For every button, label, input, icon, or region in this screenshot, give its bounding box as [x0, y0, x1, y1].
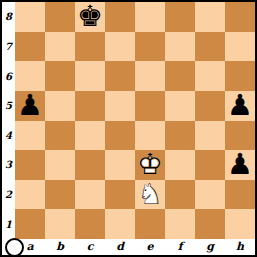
square-f4[interactable]	[165, 121, 195, 151]
square-b2[interactable]	[45, 180, 75, 210]
square-b1[interactable]	[45, 209, 75, 239]
square-b3[interactable]	[45, 150, 75, 180]
square-b7[interactable]	[45, 32, 75, 62]
square-c6[interactable]	[75, 61, 105, 91]
square-c1[interactable]	[75, 209, 105, 239]
square-f2[interactable]	[165, 180, 195, 210]
square-a7[interactable]	[15, 32, 45, 62]
square-g2[interactable]	[195, 180, 225, 210]
square-h3[interactable]: ♟	[225, 150, 255, 180]
square-c2[interactable]	[75, 180, 105, 210]
square-h6[interactable]	[225, 61, 255, 91]
square-f5[interactable]	[165, 91, 195, 121]
square-g7[interactable]	[195, 32, 225, 62]
rank-label-5: 5	[2, 91, 15, 121]
file-label-d: d	[105, 239, 135, 255]
square-a3[interactable]	[15, 150, 45, 180]
square-g3[interactable]	[195, 150, 225, 180]
square-f8[interactable]	[165, 2, 195, 32]
square-d3[interactable]	[105, 150, 135, 180]
piece-white-king-e3[interactable]: ♔	[135, 150, 165, 180]
square-h2[interactable]	[225, 180, 255, 210]
square-g5[interactable]	[195, 91, 225, 121]
square-d7[interactable]	[105, 32, 135, 62]
file-label-b: b	[45, 239, 75, 255]
square-e6[interactable]	[135, 61, 165, 91]
square-f1[interactable]	[165, 209, 195, 239]
piece-black-pawn-h3[interactable]: ♟	[225, 150, 255, 180]
square-a2[interactable]	[15, 180, 45, 210]
square-d4[interactable]	[105, 121, 135, 151]
square-a1[interactable]	[15, 209, 45, 239]
square-h4[interactable]	[225, 121, 255, 151]
rank-label-7: 7	[2, 32, 15, 62]
piece-black-pawn-a5[interactable]: ♟	[15, 91, 45, 121]
square-e3[interactable]: ♚♔	[135, 150, 165, 180]
file-label-h: h	[225, 239, 255, 255]
square-a8[interactable]	[15, 2, 45, 32]
square-g4[interactable]	[195, 121, 225, 151]
square-e8[interactable]	[135, 2, 165, 32]
square-e5[interactable]	[135, 91, 165, 121]
rank-label-8: 8	[2, 2, 15, 32]
file-label-g: g	[195, 239, 225, 255]
square-g6[interactable]	[195, 61, 225, 91]
chess-diagram: 8♚765♟♟43♚♔♟2♞♘1abcdefgh	[0, 0, 257, 257]
square-b4[interactable]	[45, 121, 75, 151]
square-c3[interactable]	[75, 150, 105, 180]
square-h7[interactable]	[225, 32, 255, 62]
square-b6[interactable]	[45, 61, 75, 91]
piece-black-pawn-h5[interactable]: ♟	[225, 91, 255, 121]
square-d8[interactable]	[105, 2, 135, 32]
square-b8[interactable]	[45, 2, 75, 32]
file-label-f: f	[165, 239, 195, 255]
square-c4[interactable]	[75, 121, 105, 151]
square-a4[interactable]	[15, 121, 45, 151]
square-h8[interactable]	[225, 2, 255, 32]
square-f6[interactable]	[165, 61, 195, 91]
square-c5[interactable]	[75, 91, 105, 121]
chess-board: 8♚765♟♟43♚♔♟2♞♘1abcdefgh	[2, 2, 255, 255]
square-b5[interactable]	[45, 91, 75, 121]
rank-label-1: 1	[2, 209, 15, 239]
white-king-fill: ♚	[135, 150, 165, 180]
square-a5[interactable]: ♟	[15, 91, 45, 121]
square-c7[interactable]	[75, 32, 105, 62]
square-e4[interactable]	[135, 121, 165, 151]
square-f7[interactable]	[165, 32, 195, 62]
square-g1[interactable]	[195, 209, 225, 239]
rank-label-4: 4	[2, 121, 15, 151]
square-f3[interactable]	[165, 150, 195, 180]
square-d6[interactable]	[105, 61, 135, 91]
piece-black-king-c8[interactable]: ♚	[75, 2, 105, 32]
square-h1[interactable]	[225, 209, 255, 239]
rank-label-6: 6	[2, 61, 15, 91]
square-c8[interactable]: ♚	[75, 2, 105, 32]
file-label-e: e	[135, 239, 165, 255]
rank-label-3: 3	[2, 150, 15, 180]
square-d5[interactable]	[105, 91, 135, 121]
square-d2[interactable]	[105, 180, 135, 210]
file-label-c: c	[75, 239, 105, 255]
square-a6[interactable]	[15, 61, 45, 91]
rank-label-2: 2	[2, 180, 15, 210]
square-e1[interactable]	[135, 209, 165, 239]
square-e2[interactable]: ♞♘	[135, 180, 165, 210]
white-to-move-indicator	[5, 238, 24, 257]
square-e7[interactable]	[135, 32, 165, 62]
square-d1[interactable]	[105, 209, 135, 239]
square-g8[interactable]	[195, 2, 225, 32]
piece-white-knight-e2[interactable]: ♘	[135, 180, 165, 210]
white-knight-fill: ♞	[135, 180, 165, 210]
square-h5[interactable]: ♟	[225, 91, 255, 121]
